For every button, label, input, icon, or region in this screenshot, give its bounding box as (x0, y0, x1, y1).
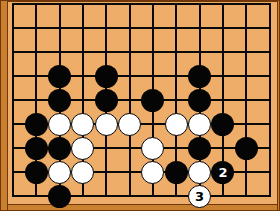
black-stone (25, 113, 48, 136)
white-stone (71, 113, 94, 136)
white-stone (141, 137, 164, 160)
black-stone (188, 89, 211, 112)
white-stone (71, 137, 94, 160)
white-stone (118, 113, 141, 136)
grid-horizontal-line (12, 3, 271, 5)
black-stone (211, 113, 234, 136)
black-stone (188, 137, 211, 160)
white-stone (188, 161, 211, 184)
black-stone (165, 161, 188, 184)
black-stone (25, 137, 48, 160)
white-stone (95, 113, 118, 136)
board-frame-edge (277, 0, 280, 211)
black-stone (188, 65, 211, 88)
black-stone (95, 65, 118, 88)
board-frame-edge (0, 0, 280, 2)
white-stone (48, 113, 71, 136)
black-stone (48, 185, 71, 208)
board-frame-edge (0, 204, 280, 211)
black-stone (48, 137, 71, 160)
grid-horizontal-line (12, 51, 271, 53)
go-diagram: 23 (0, 0, 280, 211)
numbered-stone-3: 3 (188, 185, 211, 208)
white-stone (165, 113, 188, 136)
grid-horizontal-line (12, 27, 271, 29)
board-frame-edge (0, 0, 8, 211)
white-stone (48, 161, 71, 184)
black-stone (48, 65, 71, 88)
white-stone (188, 113, 211, 136)
numbered-stone-2: 2 (211, 161, 234, 184)
black-stone (25, 161, 48, 184)
black-stone (141, 89, 164, 112)
black-stone (235, 137, 258, 160)
white-stone (141, 161, 164, 184)
white-stone (71, 161, 94, 184)
black-stone (48, 89, 71, 112)
black-stone (95, 89, 118, 112)
